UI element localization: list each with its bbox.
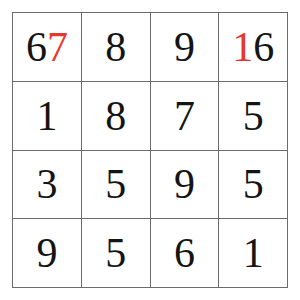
grid-cell-r2c3: 7: [151, 82, 219, 150]
grid-cell-r1c3: 9: [151, 13, 219, 81]
grid-cell-r3c4: 5: [219, 151, 287, 219]
cell-digit: 7: [47, 26, 68, 68]
grid-cell-r3c1: 3: [13, 151, 81, 219]
grid-cell-r4c4: 1: [219, 219, 287, 287]
cell-digit: 1: [243, 232, 264, 274]
cell-digit: 6: [26, 26, 47, 68]
grid-cell-r3c3: 9: [151, 151, 219, 219]
grid-cell-r3c2: 5: [82, 151, 150, 219]
grid-cell-r2c4: 5: [219, 82, 287, 150]
cell-digit: 1: [36, 95, 57, 137]
grid-cell-r1c2: 8: [82, 13, 150, 81]
cell-digit: 8: [105, 95, 126, 137]
cell-digit: 1: [232, 26, 253, 68]
cell-digit: 5: [105, 232, 126, 274]
cell-digit: 5: [105, 163, 126, 205]
cell-digit: 6: [253, 26, 274, 68]
grid-cell-r4c1: 9: [13, 219, 81, 287]
grid-cell-r1c4: 16: [219, 13, 287, 81]
grid-cell-r2c1: 1: [13, 82, 81, 150]
grid-cell-r4c3: 6: [151, 219, 219, 287]
grid-cell-r2c2: 8: [82, 82, 150, 150]
cell-digit: 8: [105, 26, 126, 68]
cell-digit: 9: [36, 232, 57, 274]
cell-digit: 5: [243, 95, 264, 137]
cell-digit: 3: [36, 163, 57, 205]
cell-digit: 9: [174, 26, 195, 68]
puzzle-grid: 678916187535959561: [12, 12, 288, 288]
puzzle-diagram: 678916187535959561: [0, 0, 300, 300]
cell-digit: 7: [174, 95, 195, 137]
grid-cell-r1c1: 67: [13, 13, 81, 81]
cell-digit: 6: [174, 232, 195, 274]
grid-cell-r4c2: 5: [82, 219, 150, 287]
cell-digit: 9: [174, 163, 195, 205]
cell-digit: 5: [243, 163, 264, 205]
